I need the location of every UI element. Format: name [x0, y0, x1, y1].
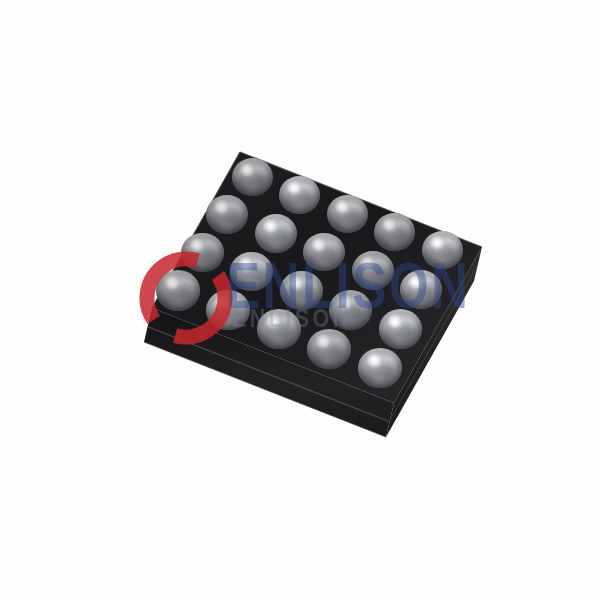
solder-ball — [352, 251, 394, 290]
solder-ball — [181, 233, 224, 273]
solder-ball — [422, 231, 463, 269]
solder-ball — [257, 309, 301, 349]
solder-ball — [379, 309, 422, 349]
solder-ball — [280, 271, 323, 311]
solder-ball — [255, 214, 297, 253]
solder-ball — [329, 290, 372, 330]
solder-ball — [206, 290, 250, 330]
solder-ball — [307, 329, 351, 369]
solder-ball — [232, 158, 273, 196]
solder-ball — [400, 270, 442, 309]
solder-ball — [156, 270, 200, 310]
solder-ball — [327, 195, 368, 233]
solder-ball — [358, 348, 402, 388]
product-photo: ENLISON ENLISON — [0, 0, 600, 600]
solder-ball — [279, 176, 320, 214]
solder-ball — [374, 213, 415, 251]
